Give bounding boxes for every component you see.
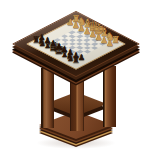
chess-table-product-photo: ♜♞♝♛♚♝♞♜♟♟♟♟♟♟♟♟♟♟♟♟♟♟♟♟♜♞♝♛♚♝♞♜ [0,0,150,150]
chess-pieces-layer: ♜♞♝♛♚♝♞♜♟♟♟♟♟♟♟♟♟♟♟♟♟♟♟♟♜♞♝♛♚♝♞♜ [0,0,150,150]
black-rook[interactable]: ♜ [70,55,81,65]
white-pawn[interactable]: ♟ [105,39,115,48]
